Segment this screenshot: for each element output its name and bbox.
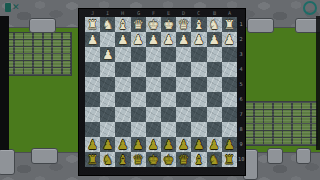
piece-bB: ♝: [115, 152, 130, 167]
square-J4[interactable]: [85, 62, 100, 77]
piece-wP: ♟: [191, 32, 206, 47]
square-A1[interactable]: ♜: [222, 17, 237, 32]
square-J8[interactable]: [85, 122, 100, 137]
game-screen: ✕ JIHGFEDCBA 12345678910 ♜♞♝♛♚♚♛♝♞♜♟♟♟♟♟…: [0, 0, 320, 180]
stone-block: [267, 148, 283, 164]
piece-wP: ♟: [115, 32, 130, 47]
square-C9[interactable]: ♟: [191, 137, 206, 152]
board-grid: ♜♞♝♛♚♚♛♝♞♜♟♟♟♟♟♟♟♟♟♟♟♟♟♟♟♟♟♟♟♟♜♞♝♛♚♚♛♝♞♜: [85, 17, 237, 167]
exit-button[interactable]: ✕: [5, 3, 20, 12]
piece-bQ: ♛: [176, 152, 191, 167]
file-labels: JIHGFEDCBA: [85, 9, 237, 17]
square-C4[interactable]: [191, 62, 206, 77]
file-label-H: H: [117, 10, 128, 16]
piece-bK: ♚: [161, 152, 176, 167]
square-F5[interactable]: [146, 77, 161, 92]
square-G8[interactable]: [131, 122, 146, 137]
piece-bP: ♟: [222, 137, 237, 152]
piece-wR: ♜: [85, 17, 100, 32]
square-G9[interactable]: ♟: [131, 137, 146, 152]
rank-label-3: 3: [238, 49, 244, 60]
file-label-D: D: [178, 10, 189, 16]
file-label-B: B: [208, 10, 219, 16]
square-B2[interactable]: ♟: [207, 32, 222, 47]
square-F10[interactable]: ♚: [146, 152, 161, 167]
square-C1[interactable]: ♝: [191, 17, 206, 32]
square-D9[interactable]: ♟: [176, 137, 191, 152]
piece-wP: ♟: [146, 32, 161, 47]
square-J5[interactable]: [85, 77, 100, 92]
net-texture-right: [243, 101, 318, 146]
square-E3[interactable]: [161, 47, 176, 62]
square-H7[interactable]: [115, 107, 130, 122]
square-F6[interactable]: [146, 92, 161, 107]
square-B1[interactable]: ♞: [207, 17, 222, 32]
file-label-J: J: [87, 10, 98, 16]
square-B9[interactable]: ♟: [207, 137, 222, 152]
square-E9[interactable]: ♟: [161, 137, 176, 152]
square-B7[interactable]: [207, 107, 222, 122]
square-J2[interactable]: ♟: [85, 32, 100, 47]
square-C3[interactable]: [191, 47, 206, 62]
piece-wP: ♟: [85, 32, 100, 47]
square-B10[interactable]: ♞: [207, 152, 222, 167]
piece-bP: ♟: [131, 137, 146, 152]
square-I4[interactable]: [100, 62, 115, 77]
square-H8[interactable]: [115, 122, 130, 137]
reload-circle-icon[interactable]: [303, 1, 317, 15]
stone-block: [247, 18, 274, 33]
square-D6[interactable]: [176, 92, 191, 107]
square-J1[interactable]: ♜: [85, 17, 100, 32]
piece-wQ: ♛: [176, 17, 191, 32]
net-texture-left: [3, 32, 72, 76]
file-label-G: G: [132, 10, 143, 16]
stone-block: [29, 18, 56, 33]
square-H3[interactable]: [115, 47, 130, 62]
square-J6[interactable]: [85, 92, 100, 107]
square-F1[interactable]: ♚: [146, 17, 161, 32]
square-I6[interactable]: [100, 92, 115, 107]
square-D7[interactable]: [176, 107, 191, 122]
stone-block: [0, 149, 15, 175]
piece-wP: ♟: [176, 32, 191, 47]
piece-bQ: ♛: [131, 152, 146, 167]
piece-bP: ♟: [115, 137, 130, 152]
square-J3[interactable]: [85, 47, 100, 62]
square-F9[interactable]: ♟: [146, 137, 161, 152]
square-C10[interactable]: ♝: [191, 152, 206, 167]
square-I7[interactable]: [100, 107, 115, 122]
square-C5[interactable]: [191, 77, 206, 92]
file-label-E: E: [163, 10, 174, 16]
square-A7[interactable]: [222, 107, 237, 122]
square-I1[interactable]: ♞: [100, 17, 115, 32]
square-G1[interactable]: ♛: [131, 17, 146, 32]
square-J10[interactable]: ♜: [85, 152, 100, 167]
piece-wP: ♟: [222, 32, 237, 47]
piece-wR: ♜: [222, 17, 237, 32]
piece-wP: ♟: [131, 32, 146, 47]
square-H5[interactable]: [115, 77, 130, 92]
square-G6[interactable]: [131, 92, 146, 107]
stone-block: [243, 149, 258, 180]
rank-label-5: 5: [238, 79, 244, 90]
piece-bP: ♟: [176, 137, 191, 152]
piece-bP: ♟: [100, 137, 115, 152]
rank-label-4: 4: [238, 64, 244, 75]
right-edge-shadow: [316, 16, 320, 150]
square-G4[interactable]: [131, 62, 146, 77]
square-J7[interactable]: [85, 107, 100, 122]
square-H4[interactable]: [115, 62, 130, 77]
square-E6[interactable]: [161, 92, 176, 107]
square-F2[interactable]: ♟: [146, 32, 161, 47]
rank-label-8: 8: [238, 124, 244, 135]
file-label-I: I: [102, 10, 113, 16]
piece-bR: ♜: [222, 152, 237, 167]
square-I5[interactable]: [100, 77, 115, 92]
piece-wN: ♞: [100, 17, 115, 32]
square-A4[interactable]: [222, 62, 237, 77]
square-C6[interactable]: [191, 92, 206, 107]
square-F4[interactable]: [146, 62, 161, 77]
piece-wK: ♚: [146, 17, 161, 32]
piece-wN: ♞: [207, 17, 222, 32]
square-D5[interactable]: [176, 77, 191, 92]
square-A3[interactable]: [222, 47, 237, 62]
square-A9[interactable]: ♟: [222, 137, 237, 152]
square-A8[interactable]: [222, 122, 237, 137]
piece-wP: ♟: [161, 32, 176, 47]
piece-bN: ♞: [207, 152, 222, 167]
square-B8[interactable]: [207, 122, 222, 137]
square-H6[interactable]: [115, 92, 130, 107]
square-A6[interactable]: [222, 92, 237, 107]
square-F3[interactable]: [146, 47, 161, 62]
piece-bP: ♟: [146, 137, 161, 152]
square-C7[interactable]: [191, 107, 206, 122]
square-E8[interactable]: [161, 122, 176, 137]
stone-block: [31, 148, 58, 164]
square-H2[interactable]: ♟: [115, 32, 130, 47]
square-I9[interactable]: ♟: [100, 137, 115, 152]
piece-bP: ♟: [207, 137, 222, 152]
square-I3[interactable]: ♟: [100, 47, 115, 62]
piece-bP: ♟: [85, 137, 100, 152]
file-label-F: F: [148, 10, 159, 16]
piece-wB: ♝: [115, 17, 130, 32]
square-E5[interactable]: [161, 77, 176, 92]
square-B6[interactable]: [207, 92, 222, 107]
piece-wB: ♝: [191, 17, 206, 32]
square-G3[interactable]: [131, 47, 146, 62]
square-B4[interactable]: [207, 62, 222, 77]
square-E1[interactable]: ♚: [161, 17, 176, 32]
square-D1[interactable]: ♛: [176, 17, 191, 32]
square-D8[interactable]: [176, 122, 191, 137]
square-A10[interactable]: ♜: [222, 152, 237, 167]
square-C8[interactable]: [191, 122, 206, 137]
rank-labels: 12345678910: [237, 17, 245, 167]
rank-label-7: 7: [238, 109, 244, 120]
square-G10[interactable]: ♛: [131, 152, 146, 167]
piece-bP: ♟: [191, 137, 206, 152]
file-label-A: A: [224, 10, 235, 16]
close-icon: ✕: [12, 3, 20, 12]
square-B3[interactable]: [207, 47, 222, 62]
piece-bK: ♚: [146, 152, 161, 167]
square-I2[interactable]: [100, 32, 115, 47]
square-F8[interactable]: [146, 122, 161, 137]
square-D3[interactable]: [176, 47, 191, 62]
rank-label-9: 9: [238, 139, 244, 150]
square-D2[interactable]: ♟: [176, 32, 191, 47]
square-G2[interactable]: ♟: [131, 32, 146, 47]
square-F7[interactable]: [146, 107, 161, 122]
square-A2[interactable]: ♟: [222, 32, 237, 47]
square-H10[interactable]: ♝: [115, 152, 130, 167]
square-G5[interactable]: [131, 77, 146, 92]
square-E10[interactable]: ♚: [161, 152, 176, 167]
rank-label-10: 10: [238, 154, 244, 165]
square-D10[interactable]: ♛: [176, 152, 191, 167]
piece-wP: ♟: [207, 32, 222, 47]
square-H1[interactable]: ♝: [115, 17, 130, 32]
square-G7[interactable]: [131, 107, 146, 122]
left-edge-shadow: [0, 16, 9, 150]
square-I8[interactable]: [100, 122, 115, 137]
piece-bN: ♞: [100, 152, 115, 167]
square-I10[interactable]: ♞: [100, 152, 115, 167]
square-E4[interactable]: [161, 62, 176, 77]
file-label-C: C: [193, 10, 204, 16]
piece-wK: ♚: [161, 17, 176, 32]
piece-wP: ♟: [100, 47, 115, 62]
square-E2[interactable]: ♟: [161, 32, 176, 47]
square-J9[interactable]: ♟: [85, 137, 100, 152]
square-B5[interactable]: [207, 77, 222, 92]
stone-block: [296, 148, 311, 164]
piece-wQ: ♛: [131, 17, 146, 32]
piece-bP: ♟: [161, 137, 176, 152]
rank-label-6: 6: [238, 94, 244, 105]
square-E7[interactable]: [161, 107, 176, 122]
piece-bR: ♜: [85, 152, 100, 167]
square-A5[interactable]: [222, 77, 237, 92]
square-D4[interactable]: [176, 62, 191, 77]
chess-board: JIHGFEDCBA 12345678910 ♜♞♝♛♚♚♛♝♞♜♟♟♟♟♟♟♟…: [79, 9, 245, 175]
rank-label-1: 1: [238, 19, 244, 30]
square-C2[interactable]: ♟: [191, 32, 206, 47]
square-H9[interactable]: ♟: [115, 137, 130, 152]
exit-door-icon: [5, 3, 11, 12]
rank-label-2: 2: [238, 34, 244, 45]
piece-bB: ♝: [191, 152, 206, 167]
